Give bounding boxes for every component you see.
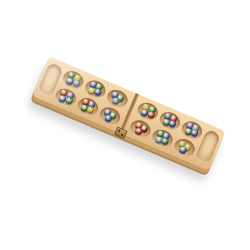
pit-grid-right — [126, 98, 206, 160]
board-half-right — [122, 94, 225, 170]
mancala-board — [32, 56, 226, 171]
pit-grid-left — [52, 67, 132, 129]
board-half-left — [32, 56, 135, 132]
product-photo-backdrop — [0, 0, 250, 250]
